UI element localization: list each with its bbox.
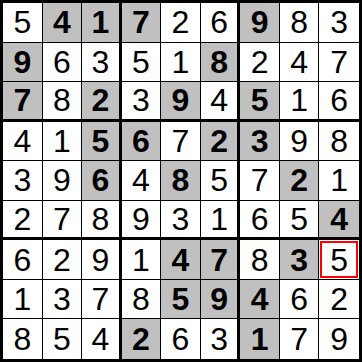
cell-r9c3[interactable]: 4 [82, 319, 122, 359]
cell-r7c2[interactable]: 2 [43, 240, 83, 280]
cell-r9c8[interactable]: 7 [280, 319, 320, 359]
cell-r3c3[interactable]: 2 [82, 82, 122, 122]
cell-r3c1[interactable]: 7 [3, 82, 43, 122]
cell-r9c7[interactable]: 1 [240, 319, 280, 359]
cell-r4c1[interactable]: 4 [3, 122, 43, 162]
cell-r9c4[interactable]: 2 [122, 319, 162, 359]
cell-r2c3[interactable]: 3 [82, 43, 122, 83]
cell-r1c3[interactable]: 1 [82, 3, 122, 43]
cell-r8c3[interactable]: 7 [82, 280, 122, 320]
cell-r2c4[interactable]: 5 [122, 43, 162, 83]
cell-r2c8[interactable]: 4 [280, 43, 320, 83]
cell-r9c2[interactable]: 5 [43, 319, 83, 359]
cell-r5c6[interactable]: 5 [201, 161, 241, 201]
cell-r4c9[interactable]: 8 [319, 122, 359, 162]
cell-r5c2[interactable]: 9 [43, 161, 83, 201]
cell-r1c1[interactable]: 5 [3, 3, 43, 43]
cell-r3c4[interactable]: 3 [122, 82, 162, 122]
cell-r7c5[interactable]: 4 [161, 240, 201, 280]
cell-r8c7[interactable]: 4 [240, 280, 280, 320]
cell-r4c6[interactable]: 2 [201, 122, 241, 162]
cell-r5c4[interactable]: 4 [122, 161, 162, 201]
cell-r1c6[interactable]: 6 [201, 3, 241, 43]
cell-r9c9[interactable]: 9 [319, 319, 359, 359]
cell-r4c7[interactable]: 3 [240, 122, 280, 162]
cell-r4c2[interactable]: 1 [43, 122, 83, 162]
cell-r8c2[interactable]: 3 [43, 280, 83, 320]
cell-r3c5[interactable]: 9 [161, 82, 201, 122]
cell-r4c4[interactable]: 6 [122, 122, 162, 162]
cell-r7c8[interactable]: 3 [280, 240, 320, 280]
cell-r7c7[interactable]: 8 [240, 240, 280, 280]
cell-r4c3[interactable]: 5 [82, 122, 122, 162]
cell-r4c5[interactable]: 7 [161, 122, 201, 162]
cell-r7c6[interactable]: 7 [201, 240, 241, 280]
cell-r7c9[interactable]: 5 [319, 240, 359, 280]
cell-r1c5[interactable]: 2 [161, 3, 201, 43]
cell-r6c8[interactable]: 5 [280, 201, 320, 241]
cell-r3c8[interactable]: 1 [280, 82, 320, 122]
cell-r4c8[interactable]: 9 [280, 122, 320, 162]
cell-r8c4[interactable]: 8 [122, 280, 162, 320]
cell-r1c8[interactable]: 8 [280, 3, 320, 43]
cell-r2c7[interactable]: 2 [240, 43, 280, 83]
cell-r6c9[interactable]: 4 [319, 201, 359, 241]
cell-r2c2[interactable]: 6 [43, 43, 83, 83]
cell-r3c6[interactable]: 4 [201, 82, 241, 122]
cell-r5c8[interactable]: 2 [280, 161, 320, 201]
cell-r1c9[interactable]: 3 [319, 3, 359, 43]
cell-r7c1[interactable]: 6 [3, 240, 43, 280]
cell-r8c5[interactable]: 5 [161, 280, 201, 320]
cell-r1c7[interactable]: 9 [240, 3, 280, 43]
cell-r7c3[interactable]: 9 [82, 240, 122, 280]
cell-r8c6[interactable]: 9 [201, 280, 241, 320]
sudoku-board: 5417269839635182477823945164156723983964… [0, 0, 362, 362]
cell-r6c4[interactable]: 9 [122, 201, 162, 241]
cell-r6c1[interactable]: 2 [3, 201, 43, 241]
cell-r8c1[interactable]: 1 [3, 280, 43, 320]
cell-r8c8[interactable]: 6 [280, 280, 320, 320]
cell-r2c1[interactable]: 9 [3, 43, 43, 83]
cell-r3c2[interactable]: 8 [43, 82, 83, 122]
cell-r1c4[interactable]: 7 [122, 3, 162, 43]
cell-r5c7[interactable]: 7 [240, 161, 280, 201]
cell-r5c9[interactable]: 1 [319, 161, 359, 201]
cell-r1c2[interactable]: 4 [43, 3, 83, 43]
cell-r3c7[interactable]: 5 [240, 82, 280, 122]
cell-r6c2[interactable]: 7 [43, 201, 83, 241]
cell-r8c9[interactable]: 2 [319, 280, 359, 320]
cell-r2c9[interactable]: 7 [319, 43, 359, 83]
cell-r5c1[interactable]: 3 [3, 161, 43, 201]
cell-r6c5[interactable]: 3 [161, 201, 201, 241]
cell-r5c5[interactable]: 8 [161, 161, 201, 201]
cell-r3c9[interactable]: 6 [319, 82, 359, 122]
cell-r2c6[interactable]: 8 [201, 43, 241, 83]
cell-r9c6[interactable]: 3 [201, 319, 241, 359]
cell-r6c7[interactable]: 6 [240, 201, 280, 241]
cell-r5c3[interactable]: 6 [82, 161, 122, 201]
cell-r7c4[interactable]: 1 [122, 240, 162, 280]
cell-r6c6[interactable]: 1 [201, 201, 241, 241]
cell-r6c3[interactable]: 8 [82, 201, 122, 241]
cell-r2c5[interactable]: 1 [161, 43, 201, 83]
cell-r9c1[interactable]: 8 [3, 319, 43, 359]
cell-r9c5[interactable]: 6 [161, 319, 201, 359]
